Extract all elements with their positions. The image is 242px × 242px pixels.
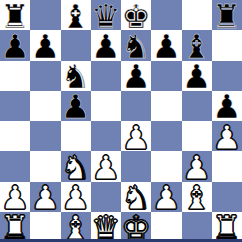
- square-f1[interactable]: [151, 212, 181, 242]
- square-f5[interactable]: [151, 91, 181, 121]
- square-c8[interactable]: ♝: [61, 0, 91, 30]
- white-rook-h1[interactable]: ♜: [212, 212, 242, 242]
- square-c4[interactable]: [61, 121, 91, 151]
- square-d3[interactable]: ♟: [91, 151, 121, 181]
- black-rook-h8[interactable]: ♜: [212, 0, 242, 30]
- square-h4[interactable]: ♟: [212, 121, 242, 151]
- square-f3[interactable]: [151, 151, 181, 181]
- square-a3[interactable]: [0, 151, 30, 181]
- black-bishop-c8[interactable]: ♝: [61, 0, 91, 30]
- chess-board-wrapper: ♜♝♛♚♜♟♟♟♞♟♝♞♟♟♟♟♟♟♞♟♟♟♟♟♞♟♝♜♝♛♚♜: [0, 0, 242, 242]
- white-pawn-b2[interactable]: ♟: [31, 182, 61, 212]
- square-g5[interactable]: [182, 91, 212, 121]
- black-pawn-a7[interactable]: ♟: [0, 30, 30, 60]
- square-h3[interactable]: [212, 151, 242, 181]
- black-pawn-h5[interactable]: ♟: [212, 91, 242, 121]
- white-knight-e2[interactable]: ♞: [121, 182, 151, 212]
- square-b8[interactable]: [30, 0, 60, 30]
- square-g7[interactable]: ♝: [182, 30, 212, 60]
- square-e8[interactable]: ♚: [121, 0, 151, 30]
- square-e1[interactable]: ♚: [121, 212, 151, 242]
- square-b2[interactable]: ♟: [30, 182, 60, 212]
- square-h6[interactable]: [212, 61, 242, 91]
- square-g2[interactable]: ♝: [182, 182, 212, 212]
- white-pawn-g3[interactable]: ♟: [182, 151, 212, 181]
- black-pawn-d7[interactable]: ♟: [91, 30, 121, 60]
- chess-board: ♜♝♛♚♜♟♟♟♞♟♝♞♟♟♟♟♟♟♞♟♟♟♟♟♞♟♝♜♝♛♚♜: [0, 0, 242, 242]
- square-h5[interactable]: ♟: [212, 91, 242, 121]
- white-pawn-c2[interactable]: ♟: [61, 182, 91, 212]
- black-bishop-g7[interactable]: ♝: [182, 30, 212, 60]
- square-e7[interactable]: ♞: [121, 30, 151, 60]
- square-c6[interactable]: ♞: [61, 61, 91, 91]
- white-queen-d1[interactable]: ♛: [91, 212, 121, 242]
- square-e4[interactable]: ♟: [121, 121, 151, 151]
- square-c2[interactable]: ♟: [61, 182, 91, 212]
- square-b5[interactable]: [30, 91, 60, 121]
- black-pawn-g6[interactable]: ♟: [182, 61, 212, 91]
- square-h1[interactable]: ♜: [212, 212, 242, 242]
- white-pawn-a2[interactable]: ♟: [0, 182, 30, 212]
- square-b1[interactable]: [30, 212, 60, 242]
- square-a6[interactable]: [0, 61, 30, 91]
- square-d6[interactable]: [91, 61, 121, 91]
- white-king-e1[interactable]: ♚: [121, 212, 151, 242]
- square-c3[interactable]: ♞: [61, 151, 91, 181]
- square-a2[interactable]: ♟: [0, 182, 30, 212]
- black-pawn-b7[interactable]: ♟: [31, 30, 61, 60]
- square-a4[interactable]: [0, 121, 30, 151]
- white-pawn-d3[interactable]: ♟: [91, 151, 121, 181]
- square-g8[interactable]: [182, 0, 212, 30]
- square-e6[interactable]: ♟: [121, 61, 151, 91]
- square-d2[interactable]: [91, 182, 121, 212]
- square-d5[interactable]: [91, 91, 121, 121]
- white-knight-c3[interactable]: ♞: [61, 151, 91, 181]
- black-pawn-f7[interactable]: ♟: [152, 30, 182, 60]
- square-d7[interactable]: ♟: [91, 30, 121, 60]
- white-bishop-c1[interactable]: ♝: [61, 212, 91, 242]
- square-e3[interactable]: [121, 151, 151, 181]
- square-c1[interactable]: ♝: [61, 212, 91, 242]
- square-e5[interactable]: [121, 91, 151, 121]
- square-b3[interactable]: [30, 151, 60, 181]
- square-a5[interactable]: [0, 91, 30, 121]
- square-g3[interactable]: ♟: [182, 151, 212, 181]
- square-f8[interactable]: [151, 0, 181, 30]
- square-g1[interactable]: [182, 212, 212, 242]
- square-b4[interactable]: [30, 121, 60, 151]
- square-g4[interactable]: [182, 121, 212, 151]
- square-d4[interactable]: [91, 121, 121, 151]
- white-pawn-h4[interactable]: ♟: [212, 121, 242, 151]
- white-rook-a1[interactable]: ♜: [0, 212, 30, 242]
- square-f6[interactable]: [151, 61, 181, 91]
- black-knight-c6[interactable]: ♞: [61, 61, 91, 91]
- black-pawn-e6[interactable]: ♟: [121, 61, 151, 91]
- square-g6[interactable]: ♟: [182, 61, 212, 91]
- square-h8[interactable]: ♜: [212, 0, 242, 30]
- square-f2[interactable]: ♟: [151, 182, 181, 212]
- square-e2[interactable]: ♞: [121, 182, 151, 212]
- white-pawn-e4[interactable]: ♟: [121, 121, 151, 151]
- square-b6[interactable]: [30, 61, 60, 91]
- square-a1[interactable]: ♜: [0, 212, 30, 242]
- white-bishop-g2[interactable]: ♝: [182, 182, 212, 212]
- square-a8[interactable]: ♜: [0, 0, 30, 30]
- square-h2[interactable]: [212, 182, 242, 212]
- black-rook-a8[interactable]: ♜: [0, 0, 30, 30]
- square-d1[interactable]: ♛: [91, 212, 121, 242]
- square-b7[interactable]: ♟: [30, 30, 60, 60]
- square-d8[interactable]: ♛: [91, 0, 121, 30]
- square-f4[interactable]: [151, 121, 181, 151]
- black-king-e8[interactable]: ♚: [121, 0, 151, 30]
- black-pawn-c5[interactable]: ♟: [61, 91, 91, 121]
- black-queen-d8[interactable]: ♛: [91, 0, 121, 30]
- black-knight-e7[interactable]: ♞: [121, 30, 151, 60]
- square-c7[interactable]: [61, 30, 91, 60]
- square-f7[interactable]: ♟: [151, 30, 181, 60]
- white-pawn-f2[interactable]: ♟: [152, 182, 182, 212]
- square-a7[interactable]: ♟: [0, 30, 30, 60]
- square-c5[interactable]: ♟: [61, 91, 91, 121]
- square-h7[interactable]: [212, 30, 242, 60]
